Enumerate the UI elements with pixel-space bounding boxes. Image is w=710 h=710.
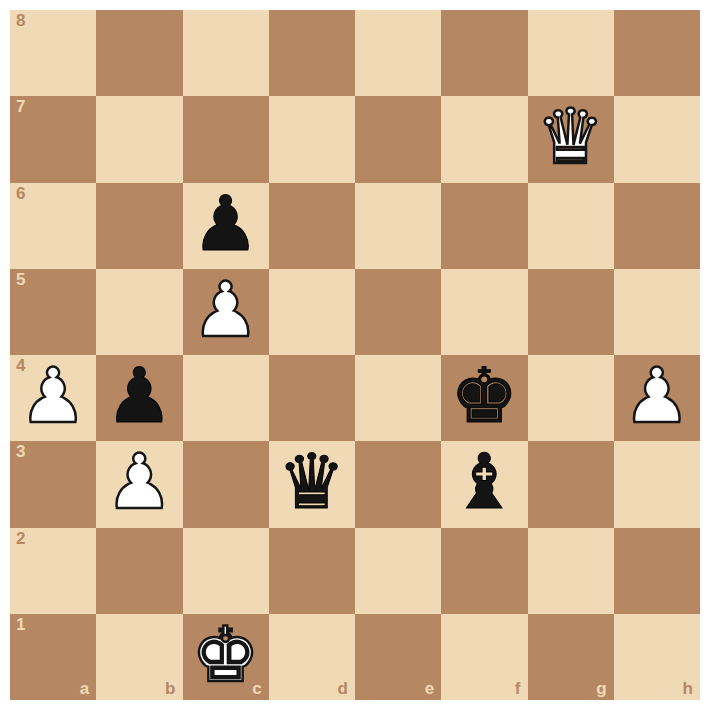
square-h5[interactable] (614, 269, 700, 355)
square-c8[interactable] (183, 10, 269, 96)
square-a7[interactable]: 7 (10, 96, 96, 182)
square-g5[interactable] (528, 269, 614, 355)
white-pawn[interactable]: ♟ (19, 358, 87, 434)
file-label-g: g (596, 680, 606, 699)
file-label-f: f (515, 680, 521, 699)
white-pawn[interactable]: ♟ (623, 358, 691, 434)
square-b2[interactable] (96, 528, 182, 614)
file-label-d: d (338, 680, 348, 699)
square-h7[interactable] (614, 96, 700, 182)
square-f4[interactable]: ♚ (441, 355, 527, 441)
rank-label-5: 5 (16, 271, 25, 290)
square-e6[interactable] (355, 183, 441, 269)
chess-board-container: 87♛6♟5♟4♟♟♚♟3♟♛♝21abc♚defgh (10, 10, 700, 700)
square-f1[interactable]: f (441, 614, 527, 700)
black-king[interactable]: ♚ (450, 358, 518, 434)
square-d5[interactable] (269, 269, 355, 355)
white-king[interactable]: ♚ (192, 617, 260, 693)
file-label-e: e (425, 680, 434, 699)
square-a2[interactable]: 2 (10, 528, 96, 614)
square-e4[interactable] (355, 355, 441, 441)
square-a5[interactable]: 5 (10, 269, 96, 355)
black-pawn[interactable]: ♟ (192, 186, 260, 262)
square-b8[interactable] (96, 10, 182, 96)
square-c2[interactable] (183, 528, 269, 614)
square-g4[interactable] (528, 355, 614, 441)
square-d3[interactable]: ♛ (269, 441, 355, 527)
square-h2[interactable] (614, 528, 700, 614)
square-g2[interactable] (528, 528, 614, 614)
square-b6[interactable] (96, 183, 182, 269)
square-b5[interactable] (96, 269, 182, 355)
rank-label-6: 6 (16, 185, 25, 204)
rank-label-1: 1 (16, 616, 25, 635)
square-e7[interactable] (355, 96, 441, 182)
square-d4[interactable] (269, 355, 355, 441)
file-label-h: h (683, 680, 693, 699)
white-pawn[interactable]: ♟ (192, 272, 260, 348)
square-f3[interactable]: ♝ (441, 441, 527, 527)
square-b7[interactable] (96, 96, 182, 182)
black-pawn[interactable]: ♟ (105, 358, 173, 434)
square-h1[interactable]: h (614, 614, 700, 700)
square-h6[interactable] (614, 183, 700, 269)
square-d6[interactable] (269, 183, 355, 269)
square-b3[interactable]: ♟ (96, 441, 182, 527)
square-b4[interactable]: ♟ (96, 355, 182, 441)
square-c3[interactable] (183, 441, 269, 527)
square-c7[interactable] (183, 96, 269, 182)
black-bishop[interactable]: ♝ (450, 444, 518, 520)
square-f5[interactable] (441, 269, 527, 355)
white-queen[interactable]: ♛ (537, 99, 605, 175)
square-h4[interactable]: ♟ (614, 355, 700, 441)
rank-label-8: 8 (16, 12, 25, 31)
square-c4[interactable] (183, 355, 269, 441)
square-g8[interactable] (528, 10, 614, 96)
rank-label-3: 3 (16, 443, 25, 462)
square-e2[interactable] (355, 528, 441, 614)
square-a1[interactable]: 1a (10, 614, 96, 700)
square-e3[interactable] (355, 441, 441, 527)
square-b1[interactable]: b (96, 614, 182, 700)
file-label-a: a (80, 680, 89, 699)
white-pawn[interactable]: ♟ (105, 444, 173, 520)
square-g3[interactable] (528, 441, 614, 527)
square-d2[interactable] (269, 528, 355, 614)
black-queen[interactable]: ♛ (278, 444, 346, 520)
rank-label-2: 2 (16, 530, 25, 549)
square-a4[interactable]: 4♟ (10, 355, 96, 441)
rank-label-7: 7 (16, 98, 25, 117)
square-c5[interactable]: ♟ (183, 269, 269, 355)
square-c6[interactable]: ♟ (183, 183, 269, 269)
file-label-b: b (165, 680, 175, 699)
square-a3[interactable]: 3 (10, 441, 96, 527)
square-a6[interactable]: 6 (10, 183, 96, 269)
square-d1[interactable]: d (269, 614, 355, 700)
square-g1[interactable]: g (528, 614, 614, 700)
square-h3[interactable] (614, 441, 700, 527)
square-d8[interactable] (269, 10, 355, 96)
square-f2[interactable] (441, 528, 527, 614)
square-e1[interactable]: e (355, 614, 441, 700)
square-f6[interactable] (441, 183, 527, 269)
square-e5[interactable] (355, 269, 441, 355)
square-g6[interactable] (528, 183, 614, 269)
square-d7[interactable] (269, 96, 355, 182)
square-h8[interactable] (614, 10, 700, 96)
square-g7[interactable]: ♛ (528, 96, 614, 182)
square-f8[interactable] (441, 10, 527, 96)
square-f7[interactable] (441, 96, 527, 182)
square-a8[interactable]: 8 (10, 10, 96, 96)
square-e8[interactable] (355, 10, 441, 96)
square-c1[interactable]: c♚ (183, 614, 269, 700)
chess-board: 87♛6♟5♟4♟♟♚♟3♟♛♝21abc♚defgh (10, 10, 700, 700)
